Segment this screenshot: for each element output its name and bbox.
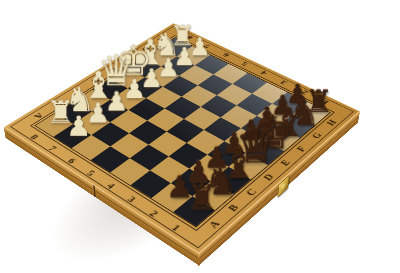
photo-stage: ABCDEFGH ABCDEFGH 87654321 87654321 ♜♞♝♛… (0, 0, 400, 273)
piece-dark-rook-a1[interactable]: ♜ (173, 180, 230, 216)
piece-white-pawn-a7[interactable]: ♟ (53, 112, 105, 140)
